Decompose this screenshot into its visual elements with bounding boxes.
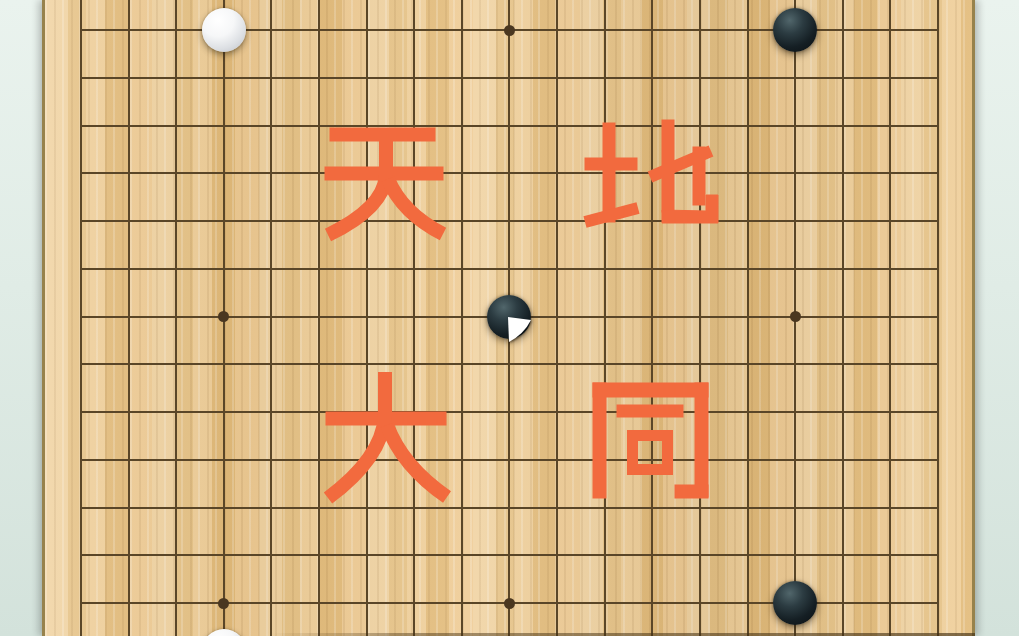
- white-stone: [202, 8, 246, 52]
- screenshot-root: { "game": "go", "app_context": "wooden 1…: [0, 0, 1019, 636]
- overlay-char-di: [580, 118, 720, 246]
- black-stone: [487, 295, 531, 339]
- black-stone: [773, 581, 817, 625]
- black-stone: [773, 8, 817, 52]
- overlay-char-tian: [322, 125, 448, 243]
- last-move-marker-icon: [487, 295, 537, 345]
- overlay-char-tong: [590, 380, 715, 505]
- overlay-char-da: [320, 368, 450, 503]
- stone-layer: [0, 0, 1019, 636]
- white-stone: [202, 629, 246, 636]
